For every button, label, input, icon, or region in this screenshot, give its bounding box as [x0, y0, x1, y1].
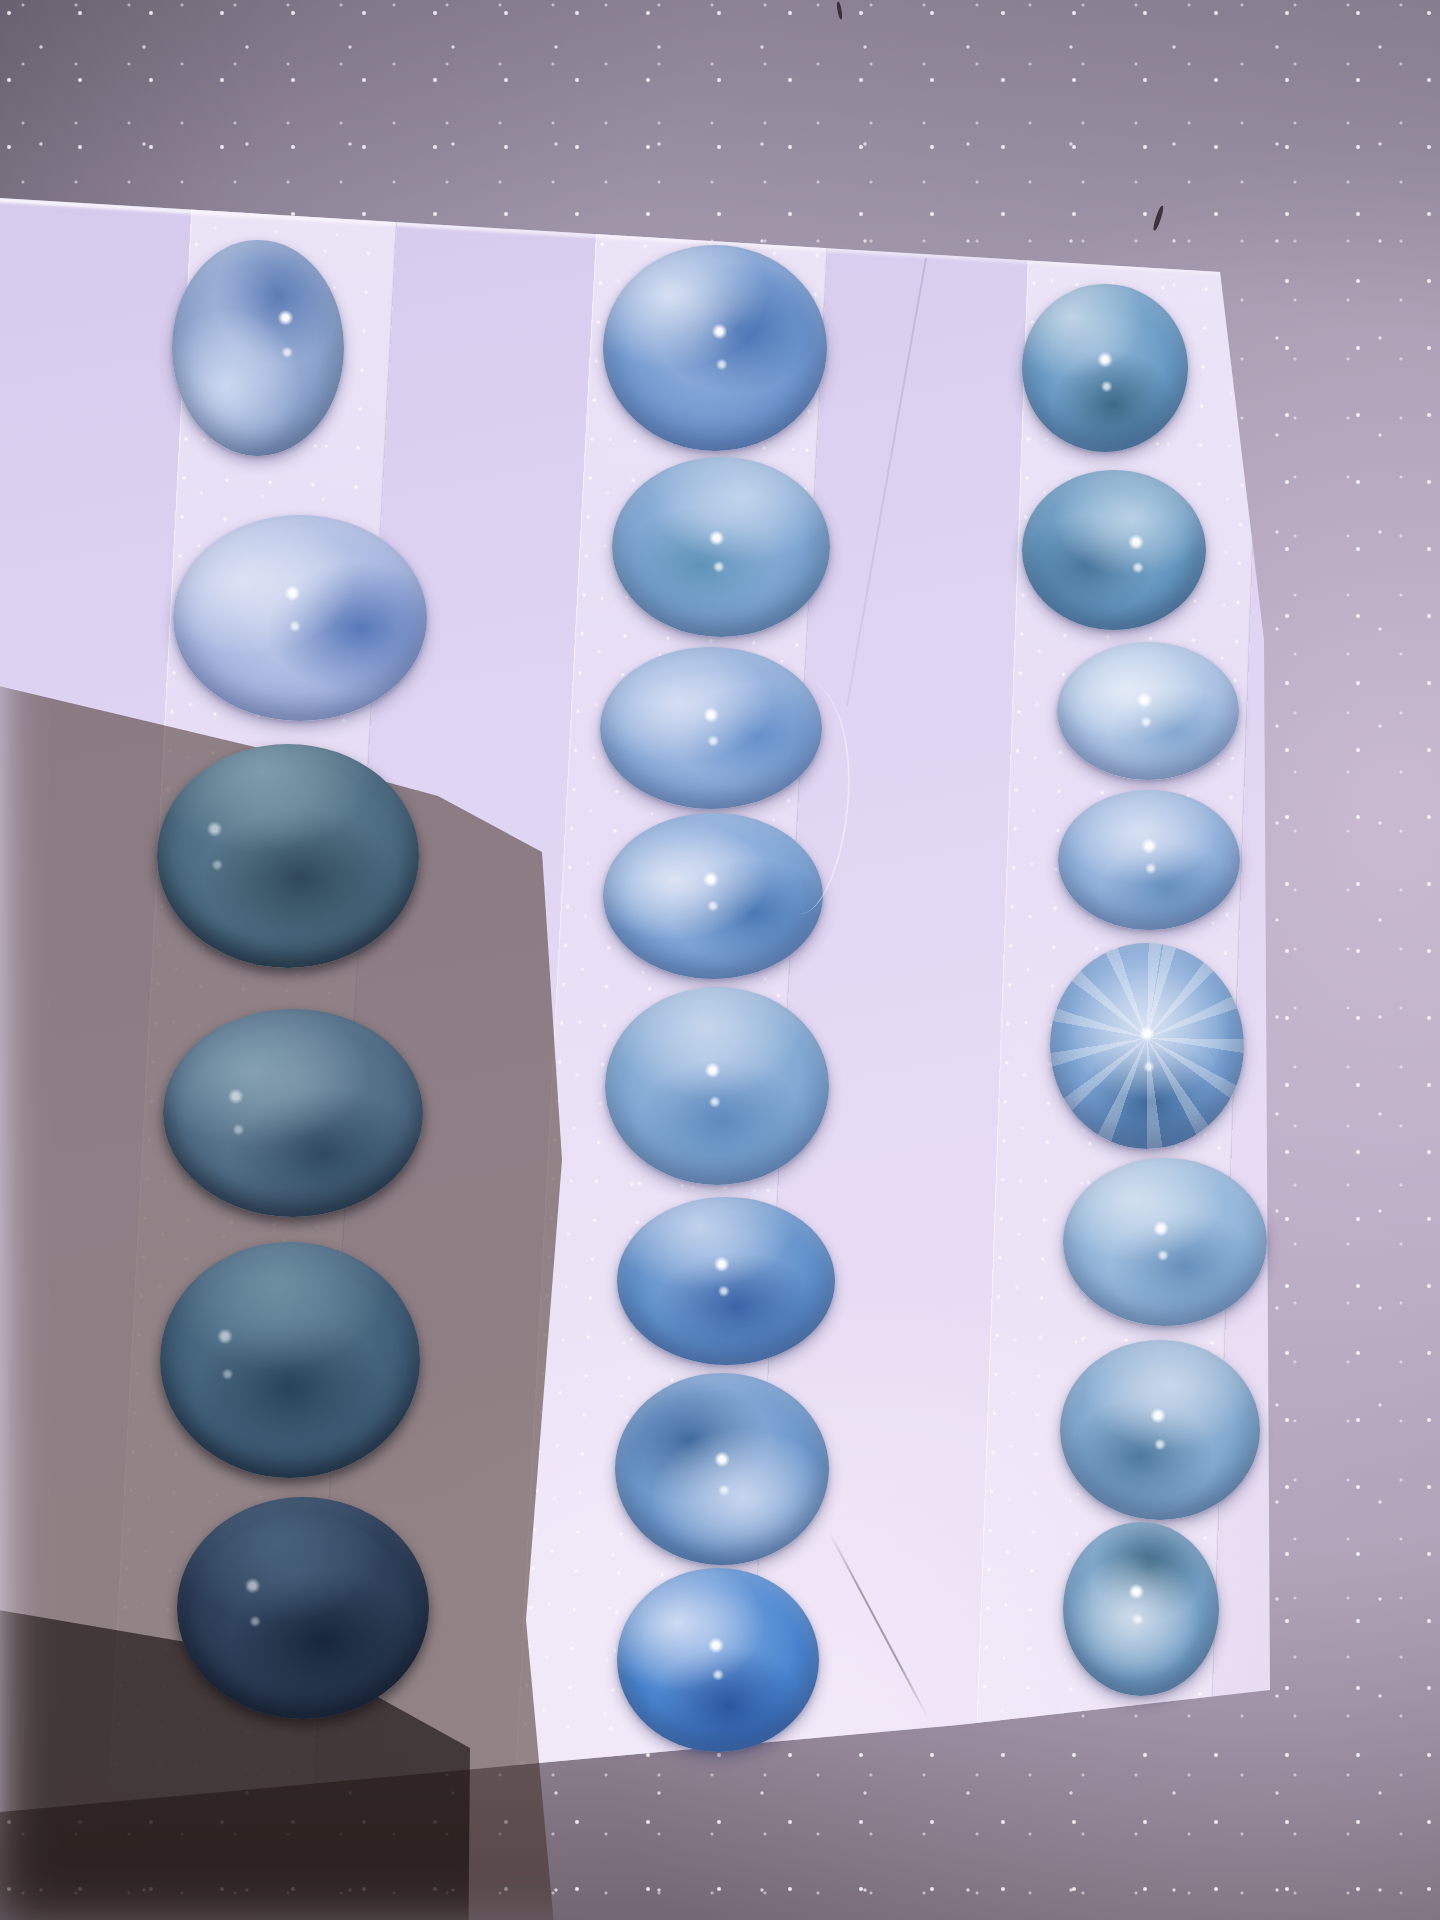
hair-strand — [828, 1531, 929, 1719]
debris-layer — [0, 0, 1440, 1920]
dark-fleck — [1152, 205, 1165, 231]
card-crease — [846, 258, 927, 706]
photo-scene — [0, 0, 1440, 1920]
tape-curl — [750, 675, 861, 918]
dark-fleck — [836, 1, 843, 19]
